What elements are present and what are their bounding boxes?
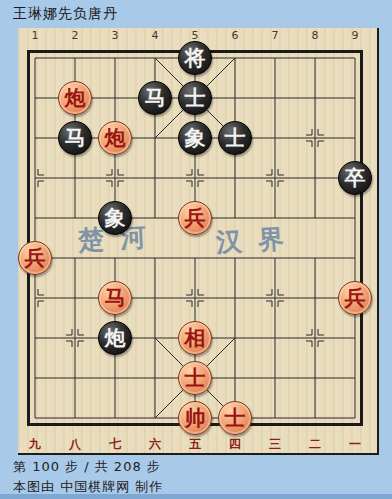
- game-title: 王琳娜先负唐丹: [13, 5, 118, 23]
- bottom-coord-label: 九: [15, 436, 55, 453]
- footer-strip: [0, 494, 392, 499]
- bottom-coordinates: 九八七六五四三二一: [15, 436, 375, 453]
- bottom-coord-label: 八: [55, 436, 95, 453]
- black-elephant[interactable]: 象: [178, 121, 212, 155]
- red-cannon[interactable]: 炮: [98, 121, 132, 155]
- red-soldier[interactable]: 兵: [178, 201, 212, 235]
- black-advisor[interactable]: 士: [178, 81, 212, 115]
- black-horse[interactable]: 马: [58, 121, 92, 155]
- black-horse[interactable]: 马: [138, 81, 172, 115]
- black-general[interactable]: 将: [178, 41, 212, 75]
- red-cannon[interactable]: 炮: [58, 81, 92, 115]
- red-elephant[interactable]: 相: [178, 321, 212, 355]
- red-advisor[interactable]: 士: [178, 361, 212, 395]
- bottom-coord-label: 七: [95, 436, 135, 453]
- red-general[interactable]: 帅: [178, 401, 212, 435]
- black-soldier[interactable]: 卒: [338, 161, 372, 195]
- red-advisor[interactable]: 士: [218, 401, 252, 435]
- pieces-grid[interactable]: 将炮马士马炮象士卒象兵兵马兵炮相士帅士: [15, 38, 375, 438]
- bottom-coord-label: 二: [295, 436, 335, 453]
- red-horse[interactable]: 马: [98, 281, 132, 315]
- bottom-coord-label: 五: [175, 436, 215, 453]
- bottom-coord-label: 三: [255, 436, 295, 453]
- xiangqi-board[interactable]: 123456789 九八七六五四三二一 楚河 汉界 将炮马士马炮象士卒象兵兵马兵…: [18, 28, 379, 455]
- move-counter: 第 100 步 / 共 208 步: [13, 458, 161, 476]
- bottom-coord-label: 六: [135, 436, 175, 453]
- black-cannon[interactable]: 炮: [98, 321, 132, 355]
- red-soldier[interactable]: 兵: [338, 281, 372, 315]
- bottom-coord-label: 一: [335, 436, 375, 453]
- black-advisor[interactable]: 士: [218, 121, 252, 155]
- red-soldier[interactable]: 兵: [18, 241, 52, 275]
- page: 王琳娜先负唐丹 123456789 九八七六五四三二一 楚河 汉界 将炮马士马炮…: [0, 0, 392, 499]
- bottom-coord-label: 四: [215, 436, 255, 453]
- black-elephant[interactable]: 象: [98, 201, 132, 235]
